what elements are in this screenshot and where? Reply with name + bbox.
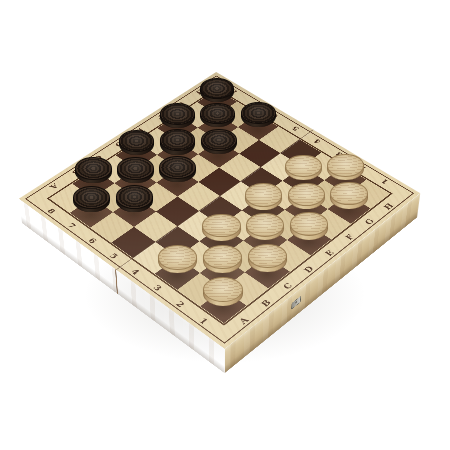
piece-cylinder-top xyxy=(160,103,195,125)
piece-light-a3[interactable] xyxy=(158,245,197,285)
piece-cylinder-top xyxy=(73,186,110,209)
piece-dark-h6[interactable] xyxy=(241,102,276,138)
piece-cylinder-top xyxy=(245,183,282,206)
piece-light-c1[interactable] xyxy=(248,244,287,284)
piece-cylinder-top xyxy=(159,156,196,179)
piece-dark-d6[interactable] xyxy=(159,156,196,193)
piece-cylinder-top xyxy=(117,157,154,180)
piece-cylinder-top xyxy=(119,130,155,152)
piece-cylinder-top xyxy=(288,183,325,206)
piece-cylinder-top xyxy=(201,129,237,151)
piece-cylinder-top xyxy=(158,245,197,269)
piece-cylinder-top xyxy=(116,185,153,208)
piece-cylinder-top xyxy=(200,78,234,99)
piece-light-a1[interactable] xyxy=(203,277,243,318)
piece-cylinder-top xyxy=(327,154,364,177)
piece-cylinder-top xyxy=(241,102,276,124)
piece-cylinder-top xyxy=(285,155,322,178)
piece-cylinder-top xyxy=(203,245,242,269)
piece-cylinder-top xyxy=(202,214,240,238)
pieces-layer xyxy=(0,0,450,450)
piece-light-g1[interactable] xyxy=(330,182,367,220)
piece-cylinder-top xyxy=(75,157,112,180)
piece-dark-b6[interactable] xyxy=(116,185,153,223)
piece-dark-f6[interactable] xyxy=(201,129,237,166)
checkers-set-photo: 8877665544332211HHGGFFEEDDCCBBAA xyxy=(0,0,450,450)
piece-cylinder-top xyxy=(246,213,284,237)
piece-light-e1[interactable] xyxy=(290,212,328,251)
piece-dark-a7[interactable] xyxy=(73,186,110,224)
